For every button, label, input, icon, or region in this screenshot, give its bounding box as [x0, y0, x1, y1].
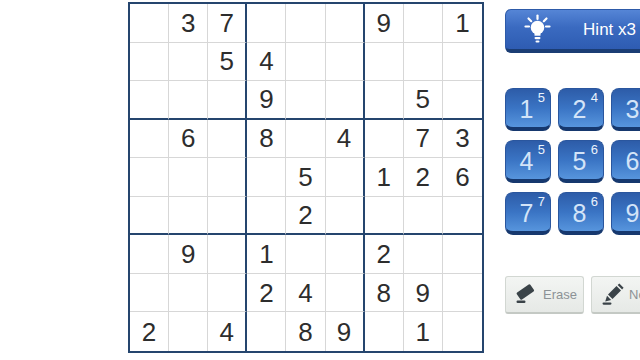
cell-r3c7[interactable]: [365, 81, 404, 120]
numpad-digit: 1: [519, 97, 533, 122]
cell-r4c3[interactable]: [208, 120, 247, 159]
numpad-digit: 3: [625, 97, 639, 122]
cell-r7c8[interactable]: [404, 235, 443, 274]
cell-r9c9[interactable]: [443, 312, 482, 351]
cell-r6c9[interactable]: [443, 197, 482, 236]
cell-r8c5[interactable]: 4: [286, 274, 325, 313]
cell-r2c2[interactable]: [169, 43, 208, 82]
numpad-digit: 7: [519, 201, 533, 226]
numpad-button-3[interactable]: 3: [611, 88, 640, 131]
cell-r4c2[interactable]: 6: [169, 120, 208, 159]
cell-r2c5[interactable]: [286, 43, 325, 82]
cell-r3c5[interactable]: [286, 81, 325, 120]
cell-r5c4[interactable]: [247, 158, 286, 197]
cell-r8c8[interactable]: 9: [404, 274, 443, 313]
cell-r8c1[interactable]: [130, 274, 169, 313]
cell-r2c8[interactable]: [404, 43, 443, 82]
cell-r3c8[interactable]: 5: [404, 81, 443, 120]
cell-r4c4[interactable]: 8: [247, 120, 286, 159]
cell-r6c1[interactable]: [130, 197, 169, 236]
cell-r5c5[interactable]: 5: [286, 158, 325, 197]
cell-r6c3[interactable]: [208, 197, 247, 236]
cell-r3c3[interactable]: [208, 81, 247, 120]
hint-button-label: Hint x3: [583, 20, 636, 40]
cell-r9c5[interactable]: 8: [286, 312, 325, 351]
cell-r7c2[interactable]: 9: [169, 235, 208, 274]
numpad-button-2[interactable]: 24: [558, 88, 604, 131]
cell-r1c6[interactable]: [326, 4, 365, 43]
hint-button[interactable]: Hint x3: [505, 9, 640, 53]
cell-r8c6[interactable]: [326, 274, 365, 313]
cell-r1c2[interactable]: 3: [169, 4, 208, 43]
numpad-button-7[interactable]: 77: [505, 192, 551, 235]
numpad-digit: 4: [519, 149, 533, 174]
numpad-button-6[interactable]: 6: [611, 140, 640, 183]
cell-r2c4[interactable]: 4: [247, 43, 286, 82]
cell-r7c5[interactable]: [286, 235, 325, 274]
numpad: 152434556677869: [505, 88, 640, 235]
cell-r2c7[interactable]: [365, 43, 404, 82]
cell-r7c4[interactable]: 1: [247, 235, 286, 274]
cell-r1c5[interactable]: [286, 4, 325, 43]
cell-r6c8[interactable]: [404, 197, 443, 236]
cell-r9c1[interactable]: 2: [130, 312, 169, 351]
cell-r7c9[interactable]: [443, 235, 482, 274]
cell-r3c2[interactable]: [169, 81, 208, 120]
cell-r9c4[interactable]: [247, 312, 286, 351]
cell-r8c7[interactable]: 8: [365, 274, 404, 313]
lightbulb-icon: [524, 14, 551, 45]
cell-r4c9[interactable]: 3: [443, 120, 482, 159]
numpad-count: 4: [591, 91, 598, 104]
cell-r6c6[interactable]: [326, 197, 365, 236]
cell-r1c8[interactable]: [404, 4, 443, 43]
cell-r9c3[interactable]: 4: [208, 312, 247, 351]
cell-r8c3[interactable]: [208, 274, 247, 313]
cell-r2c9[interactable]: [443, 43, 482, 82]
numpad-count: 7: [538, 195, 545, 208]
cell-r9c7[interactable]: [365, 312, 404, 351]
cell-r5c9[interactable]: 6: [443, 158, 482, 197]
cell-r3c9[interactable]: [443, 81, 482, 120]
numpad-button-9[interactable]: 9: [611, 192, 640, 235]
eraser-icon: [514, 283, 539, 306]
cell-r4c7[interactable]: [365, 120, 404, 159]
cell-r1c3[interactable]: 7: [208, 4, 247, 43]
numpad-button-8[interactable]: 86: [558, 192, 604, 235]
cell-r5c8[interactable]: 2: [404, 158, 443, 197]
numpad-count: 6: [591, 195, 598, 208]
cell-r1c9[interactable]: 1: [443, 4, 482, 43]
cell-r4c1[interactable]: [130, 120, 169, 159]
cell-r6c4[interactable]: [247, 197, 286, 236]
cell-r5c7[interactable]: 1: [365, 158, 404, 197]
cell-r7c6[interactable]: [326, 235, 365, 274]
cell-r4c8[interactable]: 7: [404, 120, 443, 159]
cell-r8c4[interactable]: 2: [247, 274, 286, 313]
cell-r9c2[interactable]: [169, 312, 208, 351]
cell-r1c7[interactable]: 9: [365, 4, 404, 43]
cell-r3c4[interactable]: 9: [247, 81, 286, 120]
notes-button-label: Notes: [629, 287, 640, 302]
numpad-digit: 8: [572, 201, 586, 226]
cell-r4c6[interactable]: 4: [326, 120, 365, 159]
erase-button-label: Erase: [543, 287, 577, 302]
cell-r6c7[interactable]: [365, 197, 404, 236]
cell-r9c6[interactable]: 9: [326, 312, 365, 351]
cell-r9c8[interactable]: 1: [404, 312, 443, 351]
numpad-digit: 5: [572, 149, 586, 174]
cell-r2c6[interactable]: [326, 43, 365, 82]
cell-r5c2[interactable]: [169, 158, 208, 197]
numpad-count: 6: [591, 143, 598, 156]
cell-r2c1[interactable]: [130, 43, 169, 82]
cell-r7c3[interactable]: [208, 235, 247, 274]
cell-r3c1[interactable]: [130, 81, 169, 120]
cell-r5c1[interactable]: [130, 158, 169, 197]
cell-r8c9[interactable]: [443, 274, 482, 313]
cell-r5c6[interactable]: [326, 158, 365, 197]
cell-r3c6[interactable]: [326, 81, 365, 120]
cell-r6c2[interactable]: [169, 197, 208, 236]
numpad-digit: 9: [625, 201, 639, 226]
notes-button[interactable]: Notes: [591, 276, 640, 314]
numpad-button-1[interactable]: 15: [505, 88, 551, 131]
cell-r7c7[interactable]: 2: [365, 235, 404, 274]
cell-r2c3[interactable]: 5: [208, 43, 247, 82]
numpad-button-4[interactable]: 45: [505, 140, 551, 183]
numpad-digit: 2: [572, 97, 586, 122]
cell-r1c1[interactable]: [130, 4, 169, 43]
cell-r6c5[interactable]: 2: [286, 197, 325, 236]
pencil-icon: [600, 283, 625, 306]
cell-r5c3[interactable]: [208, 158, 247, 197]
cell-r7c1[interactable]: [130, 235, 169, 274]
numpad-digit: 6: [625, 149, 639, 174]
sudoku-board: 379154956847351262912248924891: [128, 2, 484, 353]
cell-r1c4[interactable]: [247, 4, 286, 43]
numpad-count: 5: [538, 143, 545, 156]
cell-r4c5[interactable]: [286, 120, 325, 159]
cell-r8c2[interactable]: [169, 274, 208, 313]
erase-button[interactable]: Erase: [505, 276, 584, 314]
numpad-button-5[interactable]: 56: [558, 140, 604, 183]
numpad-count: 5: [538, 91, 545, 104]
